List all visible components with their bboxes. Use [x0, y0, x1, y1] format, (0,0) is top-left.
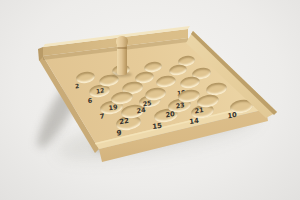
number-label: 21 — [194, 107, 203, 115]
number-label: 7 — [99, 113, 104, 121]
number-label: 9 — [116, 129, 121, 137]
number-label: 15 — [152, 122, 162, 131]
peg-knob — [116, 36, 128, 47]
peg-groove — [117, 47, 127, 49]
photo-background: 1234567891011121314151617181920212223242… — [0, 0, 300, 200]
number-label: 2 — [75, 84, 79, 91]
number-label: 6 — [88, 97, 93, 104]
number-label: 25 — [143, 100, 152, 108]
number-label: 20 — [165, 111, 174, 119]
number-label: 23 — [175, 102, 184, 110]
number-label: 19 — [108, 104, 117, 112]
number-label: 10 — [227, 112, 236, 120]
